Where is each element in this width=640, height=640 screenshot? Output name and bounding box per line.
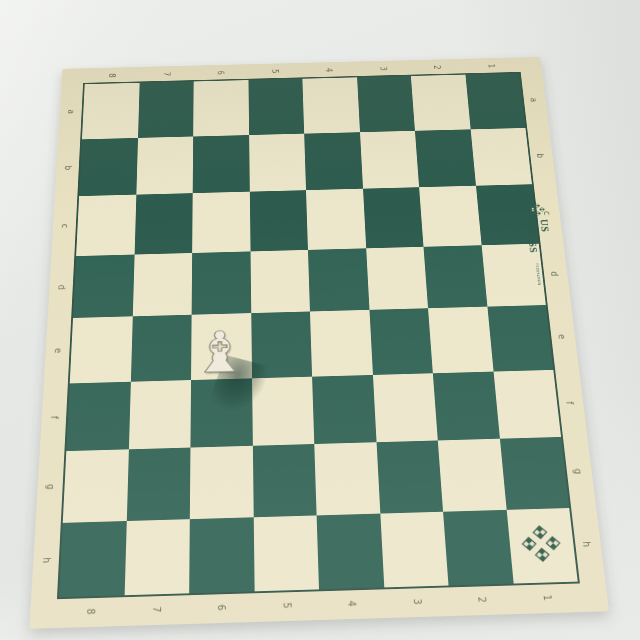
square-f3[interactable] [372, 373, 437, 442]
square-g6[interactable] [190, 446, 253, 519]
square-b8[interactable] [79, 138, 137, 197]
square-g4[interactable] [314, 442, 380, 515]
square-h7[interactable] [124, 519, 190, 596]
square-c1[interactable] [476, 184, 539, 245]
square-g8[interactable] [63, 449, 129, 522]
square-c7[interactable] [134, 193, 193, 254]
square-a4[interactable] [302, 77, 359, 133]
square-b3[interactable] [360, 130, 420, 188]
square-g1[interactable] [499, 437, 569, 509]
square-a3[interactable] [357, 76, 415, 132]
square-e3[interactable] [369, 308, 433, 374]
square-b6[interactable] [193, 135, 250, 193]
vinyl-chess-mat: 87654321 87654321 abcdefgh abcdefgh ♝ US… [29, 57, 609, 629]
square-g7[interactable] [126, 448, 190, 521]
square-g5[interactable] [252, 444, 316, 517]
square-e2[interactable] [428, 307, 493, 373]
square-e5[interactable] [251, 311, 312, 377]
square-d8[interactable] [73, 254, 134, 318]
square-f5[interactable] [252, 376, 315, 446]
square-h4[interactable] [317, 513, 384, 589]
square-c4[interactable] [306, 189, 366, 250]
square-a8[interactable] [82, 83, 139, 139]
square-d4[interactable] [308, 248, 369, 312]
square-b4[interactable] [304, 132, 362, 190]
white-bishop[interactable]: ♝ [191, 323, 249, 381]
square-c3[interactable] [363, 187, 424, 248]
square-b5[interactable] [249, 133, 306, 191]
square-a7[interactable] [138, 81, 194, 137]
square-f8[interactable] [66, 381, 130, 451]
square-f6[interactable] [190, 378, 252, 448]
photo-scene: 87654321 87654321 abcdefgh abcdefgh ♝ US… [0, 0, 640, 640]
square-c5[interactable] [249, 190, 308, 251]
square-e1[interactable] [487, 305, 553, 371]
square-f2[interactable] [433, 371, 500, 440]
square-a5[interactable] [248, 79, 304, 135]
square-d3[interactable] [366, 246, 428, 309]
square-h8[interactable] [59, 521, 126, 598]
square-g2[interactable] [438, 439, 506, 512]
corner-crest-icon [519, 523, 564, 567]
square-e8[interactable] [70, 316, 133, 383]
square-d6[interactable] [192, 251, 251, 315]
square-b2[interactable] [415, 129, 476, 187]
square-d5[interactable] [250, 250, 310, 314]
square-a1[interactable] [465, 73, 525, 129]
square-f4[interactable] [312, 375, 376, 444]
square-h6[interactable] [189, 517, 254, 593]
square-d2[interactable] [423, 245, 487, 308]
square-c6[interactable] [192, 192, 250, 253]
square-h2[interactable] [443, 509, 513, 585]
chess-board: ♝ [57, 72, 580, 599]
square-d7[interactable] [132, 253, 192, 317]
square-b1[interactable] [470, 128, 532, 186]
square-h5[interactable] [253, 515, 319, 591]
square-f1[interactable] [493, 369, 561, 438]
square-a2[interactable] [411, 75, 470, 131]
square-g3[interactable] [376, 440, 443, 513]
square-h1[interactable] [506, 508, 578, 584]
square-f7[interactable] [128, 380, 191, 450]
square-c8[interactable] [76, 195, 136, 256]
square-d1[interactable] [481, 243, 546, 306]
square-e6[interactable]: ♝ [191, 313, 252, 380]
square-e4[interactable] [310, 310, 373, 376]
square-b7[interactable] [136, 136, 193, 194]
square-a6[interactable] [193, 80, 249, 136]
square-e7[interactable] [130, 315, 191, 382]
square-c2[interactable] [419, 186, 481, 247]
square-h3[interactable] [380, 511, 449, 587]
